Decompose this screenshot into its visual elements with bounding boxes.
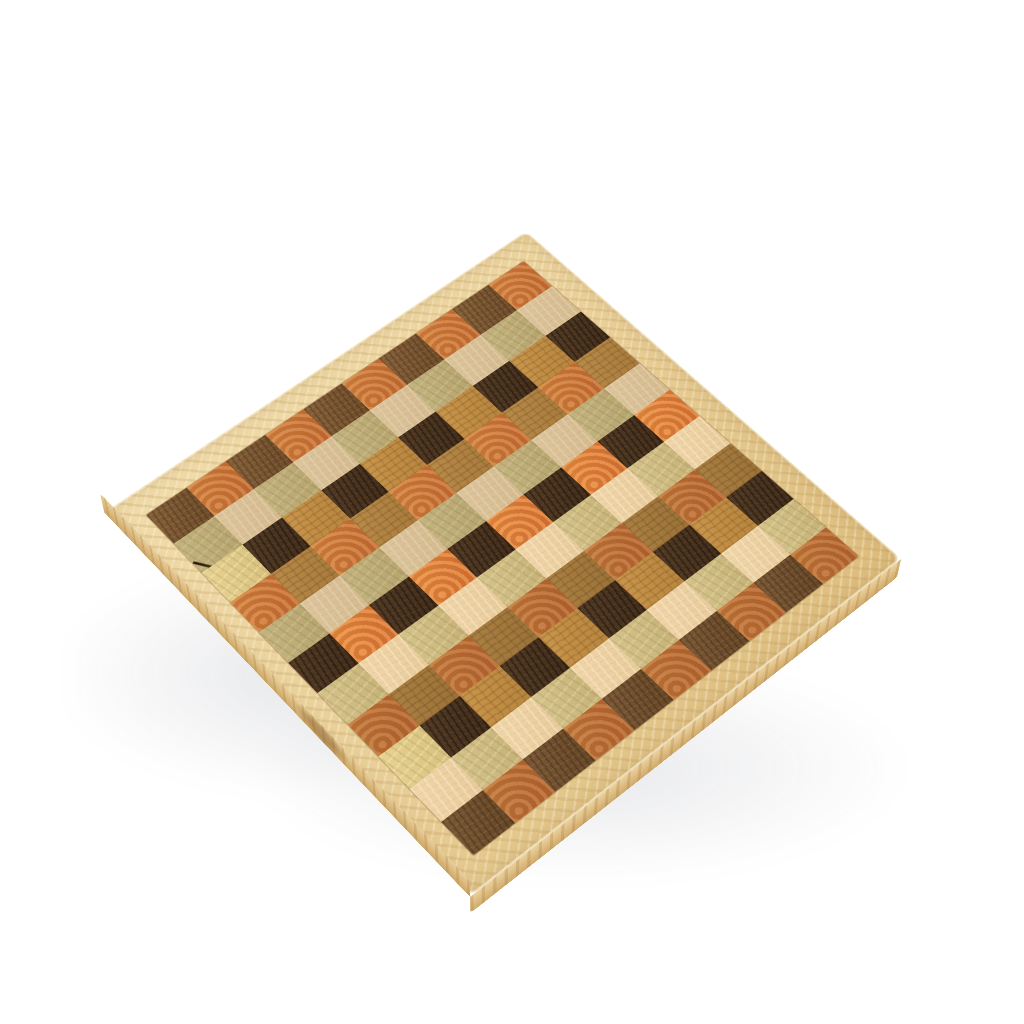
board-cell	[441, 790, 514, 855]
board-cell	[508, 579, 578, 637]
board-cell	[546, 551, 615, 608]
board-cell	[420, 696, 492, 758]
board-cell	[790, 527, 859, 584]
board-cell	[641, 640, 712, 700]
board-cell	[539, 609, 609, 668]
board-cell	[647, 582, 717, 640]
board-cell	[438, 578, 507, 636]
board-cell	[230, 574, 299, 632]
board-cell	[339, 547, 408, 604]
board-cell	[716, 583, 786, 641]
board-cell	[477, 550, 546, 607]
board-cell	[288, 633, 358, 693]
board-cell	[399, 606, 469, 665]
board-cell	[429, 636, 500, 696]
board-cell	[299, 575, 368, 633]
board-cell	[451, 728, 523, 791]
board-cell	[389, 665, 460, 726]
board-cell	[369, 576, 438, 634]
board-cell	[318, 664, 389, 725]
board-cell	[531, 668, 602, 729]
board-cell	[460, 667, 531, 728]
board-cell	[679, 611, 749, 670]
board-cell	[491, 697, 563, 759]
board-cell	[410, 758, 483, 822]
board-cell	[609, 610, 679, 669]
board-cell	[259, 603, 329, 662]
board-cell	[329, 605, 399, 664]
board-cell	[684, 554, 753, 612]
board-cell	[523, 729, 595, 792]
board-cell	[577, 580, 647, 638]
board-cell	[379, 726, 451, 789]
board-cell	[270, 546, 339, 603]
board-cell	[359, 635, 429, 695]
board-cell	[469, 607, 539, 666]
board-cell	[570, 639, 641, 699]
board-cell	[753, 555, 822, 613]
board-cell	[202, 545, 271, 602]
board-cell	[602, 669, 673, 730]
board-cell	[408, 549, 477, 606]
crack-mark	[193, 561, 224, 570]
board-cell	[563, 699, 635, 761]
board-cell	[500, 637, 571, 697]
board-cell	[615, 552, 684, 610]
board-cell	[348, 695, 420, 757]
board-cell	[482, 759, 555, 823]
product-photo	[0, 0, 1024, 1024]
